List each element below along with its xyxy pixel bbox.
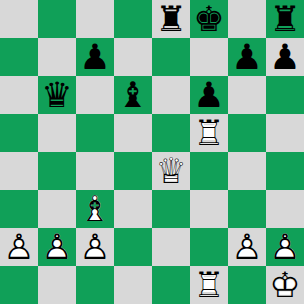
black-rook-piece[interactable]: ♜ (152, 0, 190, 38)
square-h8[interactable]: ♜ (266, 0, 304, 38)
square-h2[interactable]: ♟♙ (266, 228, 304, 266)
black-pawn-piece[interactable]: ♟ (190, 76, 228, 114)
white-rook-piece[interactable]: ♜♖ (190, 114, 228, 152)
square-b8[interactable] (38, 0, 76, 38)
square-c6[interactable] (76, 76, 114, 114)
square-g3[interactable] (228, 190, 266, 228)
black-pawn-piece[interactable]: ♟ (228, 38, 266, 76)
square-g6[interactable] (228, 76, 266, 114)
square-a3[interactable] (0, 190, 38, 228)
black-pawn-icon: ♟ (190, 76, 228, 114)
square-a1[interactable] (0, 266, 38, 304)
square-f3[interactable] (190, 190, 228, 228)
white-pawn-outline-icon: ♙ (266, 228, 304, 266)
black-pawn-icon: ♟ (228, 38, 266, 76)
square-e6[interactable] (152, 76, 190, 114)
square-d2[interactable] (114, 228, 152, 266)
chess-board: ♜♚♜♟♟♟♛♝♟♜♖♛♕♝♗♟♙♟♙♟♙♟♙♟♙♜♖♚♔ (0, 0, 304, 304)
square-g8[interactable] (228, 0, 266, 38)
white-pawn-outline-icon: ♙ (76, 228, 114, 266)
square-f4[interactable] (190, 152, 228, 190)
square-g4[interactable] (228, 152, 266, 190)
square-e8[interactable]: ♜ (152, 0, 190, 38)
square-g2[interactable]: ♟♙ (228, 228, 266, 266)
white-queen-outline-icon: ♕ (152, 152, 190, 190)
white-pawn-outline-icon: ♙ (228, 228, 266, 266)
square-a6[interactable] (0, 76, 38, 114)
white-bishop-piece[interactable]: ♝♗ (76, 190, 114, 228)
square-b3[interactable] (38, 190, 76, 228)
square-d3[interactable] (114, 190, 152, 228)
white-pawn-piece[interactable]: ♟♙ (76, 228, 114, 266)
black-pawn-piece[interactable]: ♟ (266, 38, 304, 76)
square-a5[interactable] (0, 114, 38, 152)
square-e7[interactable] (152, 38, 190, 76)
square-b7[interactable] (38, 38, 76, 76)
square-g1[interactable] (228, 266, 266, 304)
white-pawn-piece[interactable]: ♟♙ (266, 228, 304, 266)
square-c3[interactable]: ♝♗ (76, 190, 114, 228)
square-g7[interactable]: ♟ (228, 38, 266, 76)
square-e5[interactable] (152, 114, 190, 152)
square-f1[interactable]: ♜♖ (190, 266, 228, 304)
black-bishop-piece[interactable]: ♝ (114, 76, 152, 114)
square-a7[interactable] (0, 38, 38, 76)
square-c2[interactable]: ♟♙ (76, 228, 114, 266)
square-c5[interactable] (76, 114, 114, 152)
square-h7[interactable]: ♟ (266, 38, 304, 76)
black-rook-icon: ♜ (152, 0, 190, 38)
white-pawn-piece[interactable]: ♟♙ (0, 228, 38, 266)
square-h3[interactable] (266, 190, 304, 228)
square-a2[interactable]: ♟♙ (0, 228, 38, 266)
square-e4[interactable]: ♛♕ (152, 152, 190, 190)
square-b6[interactable]: ♛ (38, 76, 76, 114)
square-b4[interactable] (38, 152, 76, 190)
square-h5[interactable] (266, 114, 304, 152)
black-king-icon: ♚ (190, 0, 228, 38)
square-f5[interactable]: ♜♖ (190, 114, 228, 152)
white-pawn-piece[interactable]: ♟♙ (228, 228, 266, 266)
square-d4[interactable] (114, 152, 152, 190)
white-rook-outline-icon: ♖ (190, 266, 228, 304)
black-pawn-piece[interactable]: ♟ (76, 38, 114, 76)
square-a4[interactable] (0, 152, 38, 190)
square-e3[interactable] (152, 190, 190, 228)
black-queen-piece[interactable]: ♛ (38, 76, 76, 114)
square-a8[interactable] (0, 0, 38, 38)
white-pawn-outline-icon: ♙ (0, 228, 38, 266)
black-king-piece[interactable]: ♚ (190, 0, 228, 38)
square-d5[interactable] (114, 114, 152, 152)
black-rook-piece[interactable]: ♜ (266, 0, 304, 38)
black-pawn-icon: ♟ (266, 38, 304, 76)
square-h1[interactable]: ♚♔ (266, 266, 304, 304)
square-f6[interactable]: ♟ (190, 76, 228, 114)
square-e1[interactable] (152, 266, 190, 304)
white-king-piece[interactable]: ♚♔ (266, 266, 304, 304)
square-h6[interactable] (266, 76, 304, 114)
square-d8[interactable] (114, 0, 152, 38)
white-rook-piece[interactable]: ♜♖ (190, 266, 228, 304)
square-c4[interactable] (76, 152, 114, 190)
square-d1[interactable] (114, 266, 152, 304)
square-c8[interactable] (76, 0, 114, 38)
square-d6[interactable]: ♝ (114, 76, 152, 114)
square-g5[interactable] (228, 114, 266, 152)
white-pawn-piece[interactable]: ♟♙ (38, 228, 76, 266)
square-f2[interactable] (190, 228, 228, 266)
square-c7[interactable]: ♟ (76, 38, 114, 76)
square-f7[interactable] (190, 38, 228, 76)
square-f8[interactable]: ♚ (190, 0, 228, 38)
black-bishop-icon: ♝ (114, 76, 152, 114)
black-pawn-icon: ♟ (76, 38, 114, 76)
white-king-outline-icon: ♔ (266, 266, 304, 304)
white-bishop-outline-icon: ♗ (76, 190, 114, 228)
square-e2[interactable] (152, 228, 190, 266)
square-b5[interactable] (38, 114, 76, 152)
square-b2[interactable]: ♟♙ (38, 228, 76, 266)
square-d7[interactable] (114, 38, 152, 76)
white-queen-piece[interactable]: ♛♕ (152, 152, 190, 190)
square-b1[interactable] (38, 266, 76, 304)
white-rook-outline-icon: ♖ (190, 114, 228, 152)
black-rook-icon: ♜ (266, 0, 304, 38)
square-h4[interactable] (266, 152, 304, 190)
white-pawn-outline-icon: ♙ (38, 228, 76, 266)
square-c1[interactable] (76, 266, 114, 304)
black-queen-icon: ♛ (38, 76, 76, 114)
